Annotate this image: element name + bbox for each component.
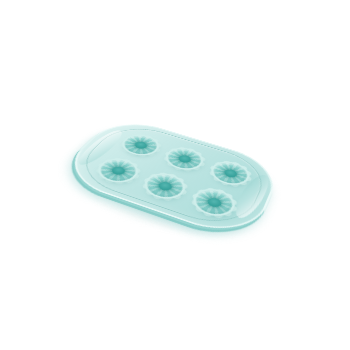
product-photo	[0, 0, 350, 350]
muffin-pan	[53, 115, 284, 244]
pan-wrapper	[69, 93, 280, 248]
